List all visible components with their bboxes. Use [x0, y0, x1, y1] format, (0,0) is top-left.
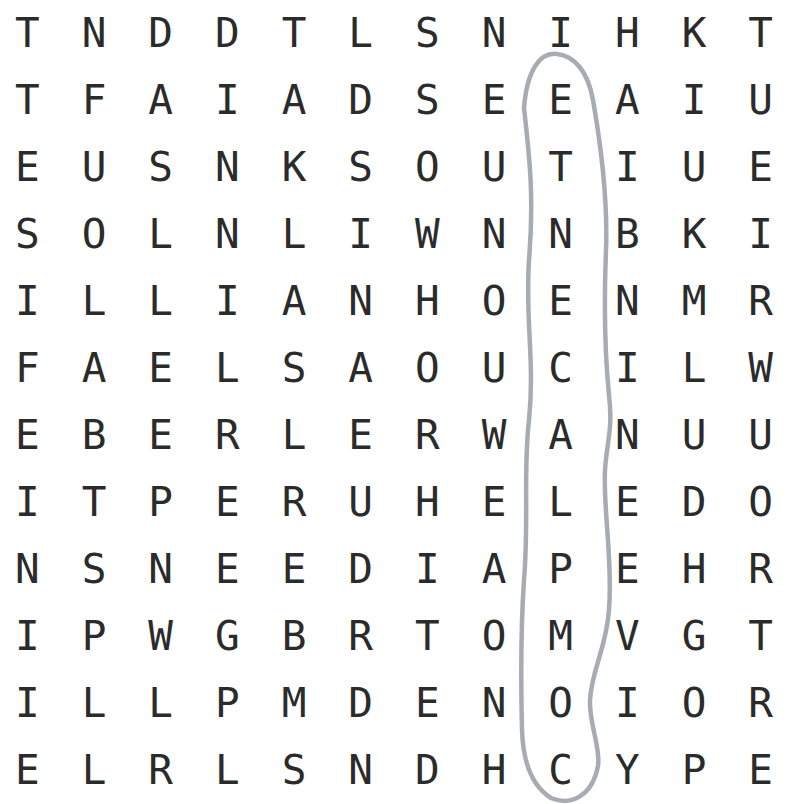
grid-cell[interactable]: E: [261, 536, 328, 603]
grid-cell[interactable]: N: [327, 268, 394, 335]
grid-cell[interactable]: I: [0, 603, 61, 670]
grid-cell[interactable]: C: [527, 737, 594, 804]
grid-cell[interactable]: I: [194, 268, 261, 335]
grid-cell[interactable]: O: [527, 670, 594, 737]
grid-cell[interactable]: T: [0, 0, 61, 67]
grid-cell[interactable]: O: [394, 335, 461, 402]
grid-cell[interactable]: S: [61, 536, 128, 603]
grid-cell[interactable]: P: [527, 536, 594, 603]
grid-cell[interactable]: N: [461, 201, 528, 268]
grid-cell[interactable]: L: [127, 268, 194, 335]
grid-cell[interactable]: U: [661, 134, 728, 201]
grid-cell[interactable]: W: [727, 335, 794, 402]
grid-cell[interactable]: E: [327, 402, 394, 469]
grid-cell[interactable]: O: [661, 670, 728, 737]
grid-cell[interactable]: E: [194, 469, 261, 536]
grid-cell[interactable]: S: [127, 134, 194, 201]
grid-cell[interactable]: E: [0, 402, 61, 469]
grid-cell[interactable]: P: [61, 603, 128, 670]
grid-cell[interactable]: R: [261, 469, 328, 536]
grid-cell[interactable]: M: [527, 603, 594, 670]
grid-cell[interactable]: T: [261, 0, 328, 67]
grid-cell[interactable]: D: [327, 670, 394, 737]
grid-cell[interactable]: L: [61, 670, 128, 737]
grid-cell[interactable]: U: [461, 134, 528, 201]
grid-cell[interactable]: U: [661, 402, 728, 469]
grid-cell[interactable]: L: [127, 670, 194, 737]
grid-cell[interactable]: A: [527, 402, 594, 469]
grid-cell[interactable]: L: [261, 201, 328, 268]
grid-cell[interactable]: S: [261, 335, 328, 402]
grid-cell[interactable]: H: [461, 737, 528, 804]
grid-cell[interactable]: A: [594, 67, 661, 134]
grid-cell[interactable]: N: [0, 536, 61, 603]
grid-cell[interactable]: N: [194, 201, 261, 268]
grid-cell[interactable]: R: [727, 268, 794, 335]
grid-cell[interactable]: E: [127, 402, 194, 469]
grid-cell[interactable]: U: [727, 402, 794, 469]
grid-cell[interactable]: T: [727, 0, 794, 67]
grid-cell[interactable]: K: [661, 0, 728, 67]
grid-cell[interactable]: E: [527, 268, 594, 335]
grid-cell[interactable]: M: [661, 268, 728, 335]
grid-cell[interactable]: H: [594, 0, 661, 67]
grid-cell[interactable]: I: [527, 0, 594, 67]
grid-cell[interactable]: N: [327, 737, 394, 804]
grid-cell[interactable]: W: [394, 201, 461, 268]
grid-cell[interactable]: W: [461, 402, 528, 469]
grid-cell[interactable]: A: [261, 67, 328, 134]
grid-cell[interactable]: E: [727, 737, 794, 804]
grid-cell[interactable]: U: [461, 335, 528, 402]
grid-cell[interactable]: I: [594, 670, 661, 737]
grid-cell[interactable]: H: [394, 268, 461, 335]
grid-cell[interactable]: H: [394, 469, 461, 536]
grid-cell[interactable]: B: [61, 402, 128, 469]
grid-cell[interactable]: I: [0, 268, 61, 335]
grid-cell[interactable]: R: [327, 603, 394, 670]
grid-cell[interactable]: O: [61, 201, 128, 268]
grid-cell[interactable]: B: [261, 603, 328, 670]
grid-cell[interactable]: W: [127, 603, 194, 670]
grid-cell[interactable]: H: [661, 536, 728, 603]
grid-cell[interactable]: M: [261, 670, 328, 737]
grid-cell[interactable]: R: [394, 402, 461, 469]
grid-cell[interactable]: A: [261, 268, 328, 335]
grid-cell[interactable]: D: [394, 737, 461, 804]
grid-cell[interactable]: A: [61, 335, 128, 402]
grid-cell[interactable]: E: [594, 536, 661, 603]
grid-cell[interactable]: N: [461, 0, 528, 67]
grid-cell[interactable]: N: [527, 201, 594, 268]
grid-cell[interactable]: L: [327, 0, 394, 67]
grid-cell[interactable]: N: [194, 134, 261, 201]
grid-cell[interactable]: O: [727, 469, 794, 536]
grid-cell[interactable]: R: [194, 402, 261, 469]
grid-cell[interactable]: U: [727, 67, 794, 134]
grid-cell[interactable]: U: [61, 134, 128, 201]
grid-cell[interactable]: S: [261, 737, 328, 804]
grid-cell[interactable]: G: [194, 603, 261, 670]
grid-cell[interactable]: R: [727, 670, 794, 737]
grid-cell[interactable]: O: [461, 603, 528, 670]
letter-grid: TNDDTLSNIHKTTFAIADSEEAIUEUSNKSOUTIUESOLN…: [0, 0, 794, 804]
grid-cell[interactable]: E: [527, 67, 594, 134]
grid-cell[interactable]: R: [127, 737, 194, 804]
grid-cell[interactable]: I: [727, 201, 794, 268]
grid-cell[interactable]: E: [461, 469, 528, 536]
grid-cell[interactable]: P: [661, 737, 728, 804]
grid-cell[interactable]: I: [194, 67, 261, 134]
grid-cell[interactable]: R: [727, 536, 794, 603]
grid-cell[interactable]: L: [61, 268, 128, 335]
grid-cell[interactable]: S: [394, 0, 461, 67]
grid-cell[interactable]: D: [127, 0, 194, 67]
grid-cell[interactable]: E: [194, 536, 261, 603]
grid-cell[interactable]: O: [461, 268, 528, 335]
grid-cell[interactable]: K: [661, 201, 728, 268]
grid-cell[interactable]: E: [394, 670, 461, 737]
grid-cell[interactable]: T: [727, 603, 794, 670]
word-search-board: TNDDTLSNIHKTTFAIADSEEAIUEUSNKSOUTIUESOLN…: [0, 0, 800, 804]
grid-cell[interactable]: I: [0, 670, 61, 737]
grid-cell[interactable]: T: [61, 469, 128, 536]
grid-cell[interactable]: D: [661, 469, 728, 536]
grid-cell[interactable]: T: [394, 603, 461, 670]
grid-cell[interactable]: B: [594, 201, 661, 268]
grid-cell[interactable]: P: [194, 670, 261, 737]
grid-cell[interactable]: I: [394, 536, 461, 603]
grid-cell[interactable]: O: [394, 134, 461, 201]
grid-cell[interactable]: V: [594, 603, 661, 670]
grid-cell[interactable]: N: [594, 402, 661, 469]
grid-cell[interactable]: A: [461, 536, 528, 603]
grid-cell[interactable]: D: [327, 536, 394, 603]
grid-cell[interactable]: S: [394, 67, 461, 134]
grid-cell[interactable]: I: [661, 67, 728, 134]
grid-cell[interactable]: F: [61, 67, 128, 134]
grid-cell[interactable]: L: [527, 469, 594, 536]
grid-cell[interactable]: A: [127, 67, 194, 134]
grid-cell[interactable]: E: [127, 335, 194, 402]
grid-cell[interactable]: I: [327, 201, 394, 268]
grid-cell[interactable]: T: [527, 134, 594, 201]
grid-cell[interactable]: N: [127, 536, 194, 603]
grid-cell[interactable]: I: [0, 469, 61, 536]
grid-cell[interactable]: Y: [594, 737, 661, 804]
grid-cell[interactable]: D: [327, 67, 394, 134]
grid-cell[interactable]: E: [461, 67, 528, 134]
grid-cell[interactable]: C: [527, 335, 594, 402]
grid-cell[interactable]: L: [261, 402, 328, 469]
grid-cell[interactable]: E: [0, 134, 61, 201]
grid-cell[interactable]: D: [194, 0, 261, 67]
grid-cell[interactable]: L: [661, 335, 728, 402]
grid-cell[interactable]: P: [127, 469, 194, 536]
grid-cell[interactable]: S: [0, 201, 61, 268]
grid-cell[interactable]: G: [661, 603, 728, 670]
grid-cell[interactable]: N: [461, 670, 528, 737]
grid-cell[interactable]: E: [594, 469, 661, 536]
grid-cell[interactable]: K: [261, 134, 328, 201]
grid-cell[interactable]: E: [727, 134, 794, 201]
grid-cell[interactable]: F: [0, 335, 61, 402]
grid-cell[interactable]: N: [594, 268, 661, 335]
grid-cell[interactable]: N: [61, 0, 128, 67]
grid-cell[interactable]: L: [194, 335, 261, 402]
grid-cell[interactable]: U: [327, 469, 394, 536]
grid-cell[interactable]: L: [127, 201, 194, 268]
grid-cell[interactable]: I: [594, 335, 661, 402]
grid-cell[interactable]: I: [594, 134, 661, 201]
grid-cell[interactable]: T: [0, 67, 61, 134]
grid-cell[interactable]: E: [0, 737, 61, 804]
grid-cell[interactable]: L: [61, 737, 128, 804]
grid-cell[interactable]: S: [327, 134, 394, 201]
grid-cell[interactable]: A: [327, 335, 394, 402]
grid-cell[interactable]: L: [194, 737, 261, 804]
